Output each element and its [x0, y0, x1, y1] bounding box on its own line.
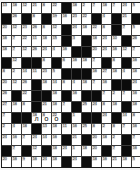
cell-r13c4[interactable]: 24	[32, 135, 41, 145]
cell-r1c2[interactable]: 18	[12, 3, 21, 13]
cell-r12c6[interactable]: 18	[52, 124, 61, 134]
cell-number: 2	[12, 69, 15, 73]
cell-number: 16	[12, 157, 17, 161]
cell-r8c6[interactable]: 14	[52, 80, 61, 90]
cell-r8c14[interactable]: 24	[132, 80, 140, 90]
cell-r13c1[interactable]: 24	[2, 135, 11, 145]
cell-r7c5[interactable]: 23	[42, 69, 51, 79]
cell-r7c4[interactable]: 11	[32, 69, 41, 79]
cell-number: 7	[12, 146, 15, 150]
cell-number: 24	[2, 135, 7, 139]
cell-r2c13[interactable]: 21	[122, 14, 131, 24]
cell-r12c14[interactable]: 16	[132, 124, 140, 134]
cell-r1c1[interactable]: 13	[2, 3, 11, 13]
cell-number: 12	[12, 25, 17, 29]
cell-number: 18	[122, 157, 127, 161]
cell-r1c3[interactable]: 12	[22, 3, 31, 13]
block-cell-r4c7	[62, 36, 71, 46]
cell-number: 2	[82, 3, 85, 7]
cell-r6c14[interactable]: 16	[132, 58, 140, 68]
cell-number: 18	[132, 69, 137, 73]
cell-r4c5[interactable]: 18	[42, 36, 51, 46]
cell-r12c8[interactable]: 16	[72, 124, 81, 134]
block-cell-r6c3	[22, 58, 31, 68]
cell-r7c10[interactable]: 16	[92, 69, 101, 79]
cell-number: 18	[52, 146, 57, 150]
cell-r5c10[interactable]: 20	[92, 47, 101, 57]
cell-number: 8	[42, 3, 45, 7]
cell-r11c6[interactable]: 22о	[52, 113, 61, 123]
cell-r2c2[interactable]: 26	[12, 14, 21, 24]
cell-r12c13[interactable]: 7	[122, 124, 131, 134]
block-cell-r2c14	[132, 14, 140, 24]
cell-r5c3[interactable]: 12	[22, 47, 31, 57]
cell-number: 21	[72, 135, 77, 139]
cell-number: 1	[72, 113, 75, 117]
cell-r12c2[interactable]: 4	[12, 124, 21, 134]
block-cell-r12c4	[32, 124, 41, 134]
cell-number: 24	[132, 80, 137, 84]
cell-r9c14[interactable]: 16	[132, 91, 140, 101]
block-cell-r7c7	[62, 69, 71, 79]
cell-number: 24	[32, 135, 37, 139]
cell-r12c1[interactable]: 2	[2, 124, 11, 134]
block-cell-r1c7	[62, 3, 71, 13]
cell-number: 7	[112, 3, 115, 7]
cell-r8c1[interactable]: 20	[2, 80, 11, 90]
cell-r10c12[interactable]: 18	[112, 102, 121, 112]
cell-r10c14[interactable]: 18	[132, 102, 140, 112]
cell-number: 13	[42, 124, 47, 128]
cell-r6c2[interactable]: 12	[12, 58, 21, 68]
cell-r5c11[interactable]: 24	[102, 47, 111, 57]
cell-r7c1[interactable]: 8	[2, 69, 11, 79]
cell-number: 18	[112, 69, 117, 73]
cell-number: 21	[42, 102, 47, 106]
cell-number: 25	[82, 102, 87, 106]
cell-r9c11[interactable]: 7	[102, 91, 111, 101]
cell-r4c11[interactable]: 24	[102, 36, 111, 46]
cell-r6c9[interactable]: 18	[82, 58, 91, 68]
cell-r13c2[interactable]: 16	[12, 135, 21, 145]
cell-r3c3[interactable]: 23	[22, 25, 31, 35]
block-cell-r8c13	[122, 80, 131, 90]
cell-number: 18	[92, 36, 97, 40]
cell-number: 10	[112, 36, 117, 40]
cell-r7c12[interactable]: 18	[112, 69, 121, 79]
cell-r15c4[interactable]: 16	[32, 157, 41, 167]
cell-r10c5[interactable]: 21	[42, 102, 51, 112]
cell-r10c1[interactable]: 27	[2, 102, 11, 112]
cell-r3c1[interactable]: 20	[2, 25, 11, 35]
cell-r5c2[interactable]: 7	[12, 47, 21, 57]
cell-r14c2[interactable]: 7	[12, 146, 21, 156]
cell-r10c2[interactable]: 18	[12, 102, 21, 112]
cell-number: 24	[42, 157, 47, 161]
block-cell-r11c7	[62, 113, 71, 123]
cell-r4c12[interactable]: 10	[112, 36, 121, 46]
cell-r8c8[interactable]: 4	[72, 80, 81, 90]
cell-number: 27	[2, 102, 7, 106]
cell-number: 24	[92, 102, 97, 106]
cell-number: 8	[32, 14, 35, 18]
cell-r13c5[interactable]: 14	[42, 135, 51, 145]
cell-number: 16	[72, 58, 77, 62]
cell-r7c11[interactable]: 27	[102, 69, 111, 79]
cell-r12c10[interactable]: 8	[92, 124, 101, 134]
cell-number: 27	[102, 69, 107, 73]
cell-r9c13[interactable]: 7	[122, 91, 131, 101]
cell-number: 6	[62, 58, 65, 62]
cell-r10c11[interactable]: 8	[102, 102, 111, 112]
cell-number: 14	[22, 69, 27, 73]
cell-number: 13	[2, 3, 7, 7]
cell-r15c8[interactable]: 24	[72, 157, 81, 167]
cell-r9c6[interactable]: 18	[52, 91, 61, 101]
cell-r15c11[interactable]: 16	[102, 157, 111, 167]
cell-r9c1[interactable]: 26	[2, 91, 11, 101]
cell-number: 8	[42, 58, 45, 62]
cell-r5c6[interactable]: 4	[52, 47, 61, 57]
cell-r7c2[interactable]: 2	[12, 69, 21, 79]
block-cell-r11c2	[12, 113, 21, 123]
cell-r12c9[interactable]: 25	[82, 124, 91, 134]
cell-r5c4[interactable]: 26	[32, 47, 41, 57]
cell-number: 3	[72, 36, 75, 40]
cell-number: 1	[72, 146, 75, 150]
cell-number: 2	[2, 124, 5, 128]
cell-r11c13[interactable]: 14	[122, 113, 131, 123]
cell-number: 16	[102, 80, 107, 84]
cell-r4c1[interactable]: 16	[2, 36, 11, 46]
cell-r15c12[interactable]: 21	[112, 157, 121, 167]
cell-r2c7[interactable]: 16	[62, 14, 71, 24]
cell-number: 4	[12, 124, 15, 128]
block-cell-r6c4	[32, 58, 41, 68]
cell-r6c12[interactable]: 8	[112, 58, 121, 68]
cell-number: 11	[32, 69, 37, 73]
block-cell-r4c9	[82, 36, 91, 46]
cell-r15c5[interactable]: 24	[42, 157, 51, 167]
block-cell-r7c9	[82, 69, 91, 79]
cell-r12c3[interactable]: 18	[22, 124, 31, 134]
cell-r4c14[interactable]: 26	[132, 36, 140, 46]
cell-r13c10[interactable]: 20	[92, 135, 101, 145]
cell-number: 16	[92, 69, 97, 73]
block-cell-r7c8	[72, 69, 81, 79]
cell-r2c11[interactable]: 4	[102, 14, 111, 24]
cell-number: 18	[82, 25, 87, 29]
cell-number: 18	[52, 91, 57, 95]
cell-number: 23	[72, 14, 77, 18]
cell-r7c3[interactable]: 14	[22, 69, 31, 79]
cell-r14c8[interactable]: 1	[72, 146, 81, 156]
cell-number: 18	[12, 102, 17, 106]
cell-r8c2[interactable]: 12	[12, 80, 21, 90]
cell-r14c10[interactable]: 20	[92, 146, 101, 156]
cell-r15c13[interactable]: 18	[122, 157, 131, 167]
cell-r11c1[interactable]: 7	[2, 113, 11, 123]
cell-r12c5[interactable]: 13	[42, 124, 51, 134]
block-cell-r11c9	[82, 113, 91, 123]
cell-r4c3[interactable]: 22	[22, 36, 31, 46]
block-cell-r9c5	[42, 91, 51, 101]
cell-number: 7	[132, 47, 135, 51]
cell-r4c6[interactable]: 15	[52, 36, 61, 46]
cell-number: 16	[132, 124, 137, 128]
cell-number: 8	[62, 80, 65, 84]
cell-number: 16	[72, 124, 77, 128]
cell-number: 22	[22, 36, 27, 40]
cell-r6c10[interactable]: 7	[92, 58, 101, 68]
cell-r1c6[interactable]: 22	[52, 3, 61, 13]
cell-number: 20	[2, 80, 7, 84]
given-letter: л	[32, 116, 41, 123]
cell-r5c5[interactable]: 24	[42, 47, 51, 57]
cell-r8c10[interactable]: 7	[92, 80, 101, 90]
cell-number: 14	[42, 135, 47, 139]
block-cell-r3c7	[62, 25, 71, 35]
cell-r5c1[interactable]: 18	[2, 47, 11, 57]
cell-number: 7	[92, 3, 95, 7]
cell-r5c7[interactable]: 16	[62, 47, 71, 57]
cell-number: 18	[132, 102, 137, 106]
cell-number: 16	[52, 135, 57, 139]
cell-r14c4[interactable]: 12	[32, 146, 41, 156]
cell-number: 24	[122, 3, 127, 7]
cell-number: 18	[52, 102, 57, 106]
cell-r8c5[interactable]: 18	[42, 80, 51, 90]
given-letter: о	[42, 116, 51, 123]
cell-r4c2[interactable]: 7	[12, 36, 21, 46]
cell-number: 8	[102, 25, 105, 29]
cell-r10c6[interactable]: 18	[52, 102, 61, 112]
cell-number: 18	[102, 3, 107, 7]
cell-number: 8	[102, 102, 105, 106]
cell-r6c8[interactable]: 16	[72, 58, 81, 68]
cell-r15c1[interactable]: 20	[2, 157, 11, 167]
cell-number: 18	[2, 47, 7, 51]
cell-r5c12[interactable]: 16	[112, 47, 121, 57]
cell-number: 18	[82, 146, 87, 150]
cell-r9c8[interactable]: 16	[72, 91, 81, 101]
cell-r7c6[interactable]: 5	[52, 69, 61, 79]
cell-r3c9[interactable]: 18	[82, 25, 91, 35]
cell-r11c11[interactable]: 24	[102, 113, 111, 123]
cell-r14c6[interactable]: 18	[52, 146, 61, 156]
cell-number: 18	[82, 80, 87, 84]
cell-r15c3[interactable]: 9	[22, 157, 31, 167]
cell-r10c10[interactable]: 24	[92, 102, 101, 112]
cell-r2c9[interactable]: 22	[82, 14, 91, 24]
cell-number: 12	[32, 146, 37, 150]
cell-number: 20	[92, 47, 97, 51]
cell-r12c12[interactable]: 8	[112, 124, 121, 134]
cell-r14c7[interactable]: 24	[62, 146, 71, 156]
cell-r10c7[interactable]: 7	[62, 102, 71, 112]
cell-number: 23	[42, 69, 47, 73]
cell-r12c7[interactable]: 11	[62, 124, 71, 134]
cell-r10c9[interactable]: 25	[82, 102, 91, 112]
cell-r5c14[interactable]: 7	[132, 47, 140, 57]
block-cell-r6c6	[52, 58, 61, 68]
block-cell-r10c13	[122, 102, 131, 112]
cell-number: 26	[32, 47, 37, 51]
cell-r3c8[interactable]: 24	[72, 25, 81, 35]
cell-number: 5	[132, 25, 135, 29]
cell-r1c10[interactable]: 7	[92, 3, 101, 13]
cell-r1c12[interactable]: 7	[112, 3, 121, 13]
cell-number: 12	[22, 3, 27, 7]
cell-r15c10[interactable]: 18	[92, 157, 101, 167]
cell-r1c13[interactable]: 24	[122, 3, 131, 13]
cell-r2c6[interactable]: 19	[52, 14, 61, 24]
cell-r4c10[interactable]: 18	[92, 36, 101, 46]
block-cell-r13c13	[122, 135, 131, 145]
cell-r15c6[interactable]: 18	[52, 157, 61, 167]
cell-number: 16	[32, 157, 37, 161]
cell-number: 16	[62, 47, 67, 51]
cell-number: 18	[42, 36, 47, 40]
block-cell-r15c9	[82, 157, 91, 167]
cell-number: 26	[2, 91, 7, 95]
cell-number: 5	[132, 3, 135, 7]
cell-number: 7	[92, 58, 95, 62]
block-cell-r9c9	[82, 91, 91, 101]
cell-r3c13[interactable]: 7	[122, 25, 131, 35]
cell-number: 7	[122, 25, 125, 29]
cell-number: 11	[62, 124, 67, 128]
given-letter: о	[52, 116, 61, 123]
cell-number: 18	[12, 3, 17, 7]
block-cell-r14c11	[102, 146, 111, 156]
cell-r13c8[interactable]: 21	[72, 135, 81, 145]
cell-number: 21	[122, 14, 127, 18]
block-cell-r9c4	[32, 91, 41, 101]
block-cell-r10c4	[32, 102, 41, 112]
block-cell-r6c13	[122, 58, 131, 68]
cell-number: 22	[22, 91, 27, 95]
cell-r14c12[interactable]: 7	[112, 146, 121, 156]
cell-r2c8[interactable]: 23	[72, 14, 81, 24]
cell-r1c11[interactable]: 18	[102, 3, 111, 13]
block-cell-r14c5	[42, 146, 51, 156]
cell-r6c5[interactable]: 8	[42, 58, 51, 68]
cell-number: 5	[52, 69, 55, 73]
cell-number: 24	[72, 157, 77, 161]
cell-r7c13[interactable]: 4	[122, 69, 131, 79]
cell-r11c4[interactable]: 18л	[32, 113, 41, 123]
cell-r6c7[interactable]: 6	[62, 58, 71, 68]
cell-r8c3[interactable]: 26	[22, 80, 31, 90]
cell-r3c10[interactable]: 22	[92, 25, 101, 35]
cell-number: 22	[82, 14, 87, 18]
cell-number: 18	[82, 58, 87, 62]
cell-r4c8[interactable]: 3	[72, 36, 81, 46]
cell-r1c9[interactable]: 2	[82, 3, 91, 13]
cell-number: 4	[72, 80, 75, 84]
cell-number: 7	[12, 47, 15, 51]
cell-r8c7[interactable]: 8	[62, 80, 71, 90]
cell-number: 8	[112, 124, 115, 128]
cell-r3c14[interactable]: 5	[132, 25, 140, 35]
cell-r7c14[interactable]: 18	[132, 69, 140, 79]
block-cell-r5c9	[82, 47, 91, 57]
block-cell-r6c1	[2, 58, 11, 68]
cell-number: 16	[2, 36, 7, 40]
cell-r13c14[interactable]: 7	[132, 135, 140, 145]
cell-r8c11[interactable]: 16	[102, 80, 111, 90]
cell-number: 26	[132, 36, 137, 40]
block-cell-r13c7	[62, 135, 71, 145]
cell-r13c6[interactable]: 16	[52, 135, 61, 145]
cell-r10c3[interactable]: 8	[22, 102, 31, 112]
cell-r2c4[interactable]: 8	[32, 14, 41, 24]
cell-r3c4[interactable]: 26	[32, 25, 41, 35]
cell-r11c8[interactable]: 1	[72, 113, 81, 123]
cell-r9c12[interactable]: 2	[112, 91, 121, 101]
cell-r12c11[interactable]: 2	[102, 124, 111, 134]
cell-number: 8	[112, 58, 115, 62]
cell-r3c5[interactable]: 8	[42, 25, 51, 35]
cell-r5c13[interactable]: 12	[122, 47, 131, 57]
cell-r1c8[interactable]: 18	[72, 3, 81, 13]
cell-r1c14[interactable]: 5	[132, 3, 140, 13]
cell-number: 18	[102, 135, 107, 139]
cell-number: 7	[12, 36, 15, 40]
cell-number: 16	[102, 157, 107, 161]
cell-r1c4[interactable]: 21	[32, 3, 41, 13]
cell-r4c4[interactable]: 11	[32, 36, 41, 46]
cell-number: 12	[22, 47, 27, 51]
cell-number: 18	[112, 102, 117, 106]
cell-r14c9[interactable]: 18	[82, 146, 91, 156]
cell-r1c5[interactable]: 8	[42, 3, 51, 13]
cell-r14c14[interactable]: 16	[132, 146, 140, 156]
cell-number: 24	[102, 47, 107, 51]
cell-number: 20	[92, 135, 97, 139]
cell-number: 16	[72, 91, 77, 95]
cell-r3c6[interactable]: 12	[52, 25, 61, 35]
cell-r9c3[interactable]: 22	[22, 91, 31, 101]
cell-number: 8	[22, 102, 25, 106]
cell-number: 20	[2, 25, 7, 29]
block-cell-r9c7	[62, 91, 71, 101]
cell-r11c14[interactable]: 8	[132, 113, 140, 123]
cell-r15c2[interactable]: 16	[12, 157, 21, 167]
cell-number: 20	[92, 146, 97, 150]
cell-number: 24	[72, 25, 77, 29]
cell-number: 16	[132, 58, 137, 62]
cell-r3c11[interactable]: 8	[102, 25, 111, 35]
cell-number: 5	[132, 157, 135, 161]
cell-r11c5[interactable]: 8о	[42, 113, 51, 123]
cell-r8c9[interactable]: 18	[82, 80, 91, 90]
cell-r13c12[interactable]: 2	[112, 135, 121, 145]
cell-number: 7	[102, 91, 105, 95]
cell-number: 26	[12, 14, 17, 18]
block-cell-r2c3	[22, 14, 31, 24]
cell-number: 16	[62, 14, 67, 18]
cell-number: 12	[52, 25, 57, 29]
cell-r13c11[interactable]: 18	[102, 135, 111, 145]
cell-r3c2[interactable]: 12	[12, 25, 21, 35]
block-cell-r2c1	[2, 14, 11, 24]
cell-r15c14[interactable]: 5	[132, 157, 140, 167]
cell-r13c3[interactable]: 7	[22, 135, 31, 145]
cell-number: 4	[52, 47, 55, 51]
cell-number: 18	[72, 3, 77, 7]
